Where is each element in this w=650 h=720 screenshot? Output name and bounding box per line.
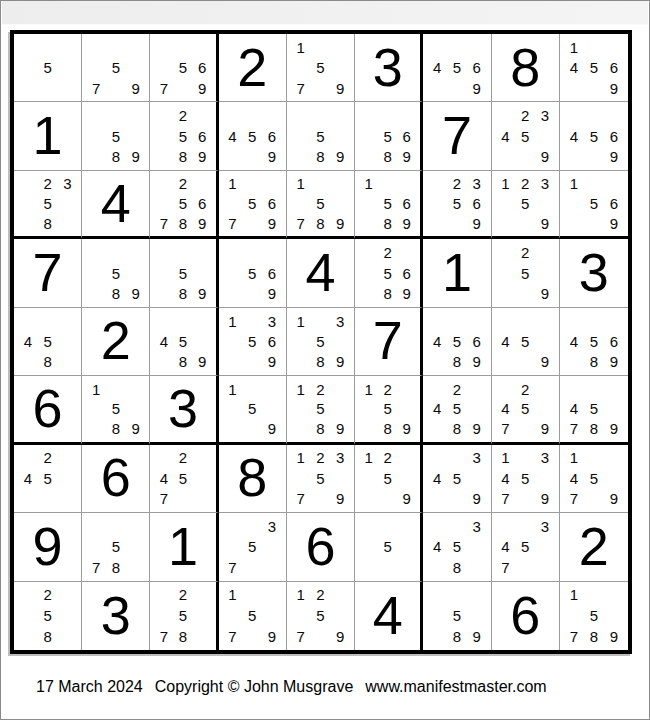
cell-r9c3[interactable]: 2578 <box>150 582 218 650</box>
pencil-marks: 13589 <box>287 308 354 375</box>
pencil-mark-6 <box>57 57 77 77</box>
cell-r8c8[interactable]: 3457 <box>492 513 560 581</box>
pencil-mark-5: 5 <box>447 605 467 626</box>
cell-r1c4[interactable]: 2 <box>219 34 287 102</box>
cell-r8c7[interactable]: 3458 <box>423 513 491 581</box>
pencil-mark-3 <box>262 585 282 606</box>
pencil-marks: 2457 <box>150 445 215 512</box>
solved-digit: 1 <box>168 519 198 573</box>
cell-r9c9[interactable]: 15789 <box>560 582 628 650</box>
pencil-mark-6: 6 <box>193 57 212 77</box>
cell-r3c2[interactable]: 4 <box>82 171 150 239</box>
pencil-mark-5: 5 <box>584 194 604 214</box>
pencil-mark-7: 7 <box>223 214 243 234</box>
pencil-mark-9: 9 <box>330 352 350 372</box>
cell-r3c8[interactable]: 12359 <box>492 171 560 239</box>
cell-r6c3[interactable]: 3 <box>150 376 218 444</box>
pencil-mark-3: 3 <box>467 174 487 194</box>
pencil-mark-7 <box>496 283 516 303</box>
cell-r5c9[interactable]: 45689 <box>560 308 628 376</box>
pencil-mark-6 <box>604 468 624 488</box>
pencil-mark-5: 5 <box>242 126 262 146</box>
cell-r9c5[interactable]: 12579 <box>287 582 355 650</box>
pencil-mark-9: 9 <box>330 419 350 439</box>
cell-r3c3[interactable]: 256789 <box>150 171 218 239</box>
pencil-mark-6: 6 <box>397 126 416 146</box>
pencil-marks: 578 <box>82 513 149 580</box>
pencil-marks: 3457 <box>492 513 559 580</box>
cell-r7c9[interactable]: 14579 <box>560 445 628 513</box>
pencil-mark-8: 8 <box>311 352 331 372</box>
pencil-mark-1: 1 <box>564 174 584 194</box>
pencil-mark-8: 8 <box>106 419 126 439</box>
cell-r7c7[interactable]: 3459 <box>423 445 491 513</box>
pencil-mark-3 <box>604 174 624 194</box>
pencil-mark-1 <box>154 585 173 606</box>
pencil-marks: 589 <box>287 102 354 169</box>
cell-r2c9[interactable]: 4569 <box>560 102 628 170</box>
pencil-mark-1 <box>564 379 584 399</box>
pencil-mark-8 <box>242 557 262 577</box>
pencil-marks: 1579 <box>219 582 286 650</box>
cell-r1c3[interactable]: 5679 <box>150 34 218 102</box>
pencil-mark-6 <box>330 331 350 351</box>
pencil-mark-1: 1 <box>291 37 311 57</box>
pencil-mark-9: 9 <box>467 489 487 509</box>
pencil-mark-2 <box>311 174 331 194</box>
pencil-mark-7: 7 <box>223 626 243 647</box>
pencil-mark-4: 4 <box>427 468 447 488</box>
pencil-mark-5: 5 <box>38 468 58 488</box>
pencil-mark-3 <box>467 37 487 57</box>
pencil-mark-5: 5 <box>447 399 467 419</box>
pencil-marks: 14579 <box>560 445 628 512</box>
cell-r8c4[interactable]: 357 <box>219 513 287 581</box>
pencil-mark-1 <box>86 105 106 125</box>
pencil-mark-6: 6 <box>397 194 416 214</box>
cell-r6c6[interactable]: 12589 <box>355 376 423 444</box>
pencil-mark-4: 4 <box>427 399 447 419</box>
pencil-mark-8 <box>515 283 535 303</box>
pencil-mark-9 <box>57 214 77 234</box>
cell-r7c6[interactable]: 1259 <box>355 445 423 513</box>
pencil-mark-2 <box>447 585 467 606</box>
pencil-mark-1 <box>359 105 378 125</box>
pencil-mark-2 <box>106 105 126 125</box>
pencil-mark-8: 8 <box>106 283 126 303</box>
pencil-mark-1 <box>223 516 243 536</box>
pencil-mark-1 <box>359 242 378 262</box>
cell-r5c2[interactable]: 2 <box>82 308 150 376</box>
cell-r8c9[interactable]: 2 <box>560 513 628 581</box>
pencil-mark-2: 2 <box>174 585 193 606</box>
pencil-mark-2 <box>584 105 604 125</box>
pencil-mark-9: 9 <box>397 283 416 303</box>
pencil-marks: 45689 <box>423 308 490 375</box>
pencil-mark-6: 6 <box>467 57 487 77</box>
pencil-mark-9: 9 <box>262 419 282 439</box>
pencil-mark-8: 8 <box>174 352 193 372</box>
pencil-mark-6 <box>262 399 282 419</box>
pencil-mark-8 <box>311 489 331 509</box>
pencil-mark-1: 1 <box>291 379 311 399</box>
pencil-mark-1 <box>359 516 378 536</box>
cell-r5c4[interactable]: 13569 <box>219 308 287 376</box>
pencil-mark-2 <box>174 37 193 57</box>
pencil-mark-5: 5 <box>584 468 604 488</box>
pencil-mark-1: 1 <box>291 311 311 331</box>
pencil-mark-4 <box>18 57 38 77</box>
pencil-mark-1 <box>18 174 38 194</box>
cell-r3c6[interactable]: 15689 <box>355 171 423 239</box>
pencil-mark-7: 7 <box>564 489 584 509</box>
pencil-marks: 15679 <box>219 171 286 236</box>
pencil-mark-2: 2 <box>378 448 397 468</box>
pencil-mark-6 <box>397 537 416 557</box>
pencil-mark-7 <box>86 283 106 303</box>
pencil-mark-7 <box>18 352 38 372</box>
pencil-mark-8: 8 <box>447 352 467 372</box>
pencil-mark-2: 2 <box>38 585 58 606</box>
solved-digit: 4 <box>305 245 335 299</box>
pencil-mark-5: 5 <box>106 399 126 419</box>
cell-r1c7[interactable]: 4569 <box>423 34 491 102</box>
pencil-mark-9 <box>193 489 212 509</box>
cell-r5c8[interactable]: 459 <box>492 308 560 376</box>
cell-r6c8[interactable]: 24579 <box>492 376 560 444</box>
pencil-mark-2: 2 <box>311 448 331 468</box>
pencil-mark-9: 9 <box>330 78 350 98</box>
pencil-mark-6 <box>57 605 77 626</box>
cell-r1c9[interactable]: 14569 <box>560 34 628 102</box>
pencil-mark-4: 4 <box>427 57 447 77</box>
pencil-mark-8 <box>584 78 604 98</box>
cell-r1c6[interactable]: 3 <box>355 34 423 102</box>
cell-r7c5[interactable]: 123579 <box>287 445 355 513</box>
pencil-mark-4 <box>18 605 38 626</box>
pencil-mark-9: 9 <box>535 489 555 509</box>
pencil-mark-7: 7 <box>291 78 311 98</box>
cell-r6c5[interactable]: 12589 <box>287 376 355 444</box>
cell-r8c5[interactable]: 6 <box>287 513 355 581</box>
cell-r7c4[interactable]: 8 <box>219 445 287 513</box>
cell-r9c6[interactable]: 4 <box>355 582 423 650</box>
pencil-marks: 259 <box>492 239 559 306</box>
pencil-mark-8 <box>584 146 604 166</box>
pencil-marks: 245 <box>14 445 81 512</box>
pencil-mark-6 <box>330 605 350 626</box>
pencil-mark-7 <box>427 352 447 372</box>
pencil-mark-3 <box>262 242 282 262</box>
pencil-mark-8: 8 <box>584 626 604 647</box>
pencil-mark-3 <box>397 448 416 468</box>
pencil-mark-4 <box>496 263 516 283</box>
pencil-mark-8 <box>515 146 535 166</box>
pencil-mark-6 <box>330 57 350 77</box>
cell-r6c1[interactable]: 6 <box>14 376 82 444</box>
cell-r5c3[interactable]: 4589 <box>150 308 218 376</box>
pencil-mark-7 <box>154 146 173 166</box>
pencil-mark-4 <box>154 194 173 214</box>
pencil-mark-6 <box>330 468 350 488</box>
cell-r4c8[interactable]: 259 <box>492 239 560 307</box>
pencil-mark-1 <box>86 37 106 57</box>
pencil-mark-1: 1 <box>564 37 584 57</box>
pencil-mark-8: 8 <box>311 419 331 439</box>
pencil-mark-3 <box>126 242 146 262</box>
pencil-marks: 45689 <box>560 308 628 375</box>
pencil-marks: 24589 <box>423 376 490 441</box>
pencil-mark-6: 6 <box>262 126 282 146</box>
cell-r8c6[interactable]: 5 <box>355 513 423 581</box>
pencil-mark-6 <box>330 126 350 146</box>
pencil-mark-1 <box>496 311 516 331</box>
pencil-mark-1 <box>427 448 447 468</box>
pencil-mark-7 <box>18 214 38 234</box>
pencil-mark-5: 5 <box>584 126 604 146</box>
pencil-mark-6: 6 <box>193 126 212 146</box>
pencil-mark-2 <box>447 516 467 536</box>
pencil-mark-6: 6 <box>262 194 282 214</box>
cell-r5c7[interactable]: 45689 <box>423 308 491 376</box>
pencil-mark-8 <box>311 78 331 98</box>
pencil-mark-1 <box>427 585 447 606</box>
pencil-mark-2 <box>515 311 535 331</box>
pencil-mark-9: 9 <box>126 78 146 98</box>
pencil-mark-9 <box>397 557 416 577</box>
pencil-mark-2 <box>447 448 467 468</box>
footer-date: 17 March 2024 <box>36 678 143 696</box>
pencil-mark-7: 7 <box>564 419 584 439</box>
pencil-mark-5: 5 <box>174 194 193 214</box>
cell-r8c1[interactable]: 9 <box>14 513 82 581</box>
cell-r7c1[interactable]: 245 <box>14 445 82 513</box>
cell-r4c3[interactable]: 589 <box>150 239 218 307</box>
cell-r5c5[interactable]: 13589 <box>287 308 355 376</box>
cell-r4c7[interactable]: 1 <box>423 239 491 307</box>
pencil-mark-4: 4 <box>564 468 584 488</box>
pencil-mark-9: 9 <box>262 626 282 647</box>
pencil-marks: 23459 <box>492 102 559 169</box>
pencil-mark-8: 8 <box>378 214 397 234</box>
pencil-mark-9: 9 <box>193 78 212 98</box>
cell-r2c8[interactable]: 23459 <box>492 102 560 170</box>
pencil-mark-4 <box>223 605 243 626</box>
pencil-mark-3: 3 <box>467 516 487 536</box>
pencil-marks: 25689 <box>150 102 215 169</box>
cell-r4c5[interactable]: 4 <box>287 239 355 307</box>
pencil-marks: 1589 <box>82 376 149 441</box>
pencil-mark-8: 8 <box>311 146 331 166</box>
pencil-mark-4: 4 <box>154 468 173 488</box>
cell-r9c4[interactable]: 1579 <box>219 582 287 650</box>
pencil-mark-9 <box>193 626 212 647</box>
sudoku-board: 5579567921579345698145691589256894569589… <box>10 30 632 654</box>
pencil-mark-3 <box>193 585 212 606</box>
cell-r4c4[interactable]: 569 <box>219 239 287 307</box>
pencil-mark-7 <box>291 419 311 439</box>
cell-r2c1[interactable]: 1 <box>14 102 82 170</box>
pencil-mark-1 <box>154 311 173 331</box>
cell-r7c3[interactable]: 2457 <box>150 445 218 513</box>
pencil-mark-3 <box>397 379 416 399</box>
pencil-mark-3 <box>467 379 487 399</box>
cell-r8c3[interactable]: 1 <box>150 513 218 581</box>
pencil-mark-8 <box>515 489 535 509</box>
pencil-mark-9 <box>57 489 77 509</box>
pencil-mark-9: 9 <box>535 214 555 234</box>
cell-r9c8[interactable]: 6 <box>492 582 560 650</box>
pencil-mark-2: 2 <box>311 585 331 606</box>
pencil-mark-1: 1 <box>291 174 311 194</box>
cell-r6c9[interactable]: 45789 <box>560 376 628 444</box>
cell-r5c6[interactable]: 7 <box>355 308 423 376</box>
pencil-mark-7 <box>564 146 584 166</box>
pencil-mark-1 <box>564 311 584 331</box>
pencil-mark-8 <box>515 214 535 234</box>
pencil-mark-1: 1 <box>564 585 584 606</box>
pencil-mark-7 <box>427 78 447 98</box>
cell-r2c2[interactable]: 589 <box>82 102 150 170</box>
cell-r1c5[interactable]: 1579 <box>287 34 355 102</box>
pencil-mark-4 <box>154 605 173 626</box>
solved-digit: 2 <box>237 40 267 94</box>
cell-r6c4[interactable]: 159 <box>219 376 287 444</box>
pencil-mark-7 <box>427 419 447 439</box>
cell-r3c4[interactable]: 15679 <box>219 171 287 239</box>
pencil-mark-4 <box>154 263 173 283</box>
cell-r3c1[interactable]: 2358 <box>14 171 82 239</box>
pencil-mark-1 <box>427 516 447 536</box>
pencil-mark-7 <box>496 146 516 166</box>
pencil-mark-4 <box>223 194 243 214</box>
pencil-mark-5: 5 <box>515 399 535 419</box>
pencil-mark-3: 3 <box>57 174 77 194</box>
pencil-mark-3 <box>604 105 624 125</box>
pencil-mark-1: 1 <box>359 174 378 194</box>
cell-r6c7[interactable]: 24589 <box>423 376 491 444</box>
pencil-mark-5: 5 <box>38 605 58 626</box>
solved-digit: 2 <box>101 313 131 367</box>
pencil-mark-5: 5 <box>584 57 604 77</box>
pencil-mark-4 <box>427 194 447 214</box>
cell-r4c1[interactable]: 7 <box>14 239 82 307</box>
pencil-mark-7 <box>359 557 378 577</box>
pencil-marks: 24579 <box>492 376 559 441</box>
pencil-mark-3 <box>126 516 146 536</box>
cell-r8c2[interactable]: 578 <box>82 513 150 581</box>
pencil-marks: 5689 <box>355 102 420 169</box>
pencil-mark-1 <box>427 311 447 331</box>
pencil-mark-2 <box>447 311 467 331</box>
cell-r9c7[interactable]: 589 <box>423 582 491 650</box>
cell-r2c3[interactable]: 25689 <box>150 102 218 170</box>
pencil-mark-3 <box>57 37 77 57</box>
pencil-mark-9: 9 <box>330 146 350 166</box>
pencil-mark-4 <box>564 194 584 214</box>
pencil-marks: 1569 <box>560 171 628 236</box>
pencil-marks: 4569 <box>219 102 286 169</box>
pencil-mark-1 <box>18 37 38 57</box>
pencil-mark-6 <box>467 399 487 419</box>
pencil-mark-2 <box>174 311 193 331</box>
cell-r9c1[interactable]: 258 <box>14 582 82 650</box>
pencil-mark-3 <box>330 105 350 125</box>
pencil-mark-8 <box>106 78 126 98</box>
cell-r3c7[interactable]: 23569 <box>423 171 491 239</box>
pencil-mark-9: 9 <box>535 419 555 439</box>
pencil-mark-4 <box>154 126 173 146</box>
cell-r3c9[interactable]: 1569 <box>560 171 628 239</box>
cell-r1c8[interactable]: 8 <box>492 34 560 102</box>
pencil-mark-8: 8 <box>106 557 126 577</box>
pencil-mark-3 <box>330 174 350 194</box>
pencil-mark-8: 8 <box>447 557 467 577</box>
cell-r1c1[interactable]: 5 <box>14 34 82 102</box>
cell-r2c5[interactable]: 589 <box>287 102 355 170</box>
cell-r3c5[interactable]: 15789 <box>287 171 355 239</box>
pencil-mark-8: 8 <box>174 146 193 166</box>
pencil-mark-5: 5 <box>174 57 193 77</box>
pencil-marks: 589 <box>423 582 490 650</box>
pencil-mark-6 <box>535 468 555 488</box>
pencil-mark-9: 9 <box>604 419 624 439</box>
cell-r4c2[interactable]: 589 <box>82 239 150 307</box>
pencil-mark-5: 5 <box>515 126 535 146</box>
pencil-mark-8: 8 <box>311 214 331 234</box>
pencil-mark-3: 3 <box>262 516 282 536</box>
cell-r6c2[interactable]: 1589 <box>82 376 150 444</box>
pencil-mark-4 <box>223 399 243 419</box>
pencil-mark-8 <box>447 214 467 234</box>
pencil-mark-6 <box>604 399 624 419</box>
titlebar <box>2 1 648 25</box>
pencil-marks: 5 <box>14 34 81 101</box>
pencil-mark-8: 8 <box>174 626 193 647</box>
cell-r9c2[interactable]: 3 <box>82 582 150 650</box>
cell-r7c2[interactable]: 6 <box>82 445 150 513</box>
pencil-mark-4 <box>291 468 311 488</box>
cell-r2c6[interactable]: 5689 <box>355 102 423 170</box>
solved-digit: 1 <box>442 245 472 299</box>
pencil-mark-2 <box>242 516 262 536</box>
cell-r7c8[interactable]: 134579 <box>492 445 560 513</box>
pencil-mark-6 <box>397 468 416 488</box>
cell-r5c1[interactable]: 458 <box>14 308 82 376</box>
pencil-mark-6 <box>535 194 555 214</box>
pencil-mark-4: 4 <box>427 331 447 351</box>
pencil-mark-8: 8 <box>106 146 126 166</box>
pencil-mark-7: 7 <box>154 626 173 647</box>
pencil-mark-6 <box>397 399 416 419</box>
pencil-mark-3 <box>330 37 350 57</box>
pencil-mark-9: 9 <box>126 419 146 439</box>
cell-r4c9[interactable]: 3 <box>560 239 628 307</box>
pencil-mark-4: 4 <box>496 331 516 351</box>
pencil-mark-3 <box>330 585 350 606</box>
pencil-mark-8 <box>311 626 331 647</box>
pencil-mark-3 <box>57 585 77 606</box>
cell-r2c4[interactable]: 4569 <box>219 102 287 170</box>
cell-r2c7[interactable]: 7 <box>423 102 491 170</box>
cell-r4c6[interactable]: 25689 <box>355 239 423 307</box>
pencil-marks: 1259 <box>355 445 420 512</box>
cell-r1c2[interactable]: 579 <box>82 34 150 102</box>
pencil-mark-3 <box>397 174 416 194</box>
pencil-mark-1: 1 <box>86 379 106 399</box>
pencil-mark-4: 4 <box>154 331 173 351</box>
pencil-mark-9: 9 <box>193 283 212 303</box>
